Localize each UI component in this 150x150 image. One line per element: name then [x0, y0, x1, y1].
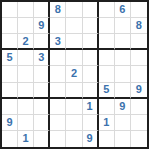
cell-r8c5[interactable]: [66, 115, 82, 131]
cell-r2c6[interactable]: [83, 18, 99, 34]
cell-r5c9[interactable]: [131, 66, 147, 82]
cell-r8c3[interactable]: [34, 115, 50, 131]
cell-r8c6[interactable]: [83, 115, 99, 131]
cell-r9c2-given[interactable]: 1: [18, 131, 34, 147]
cell-r2c5[interactable]: [66, 18, 82, 34]
cell-r9c1[interactable]: [2, 131, 18, 147]
cell-r2c3-given[interactable]: 9: [34, 18, 50, 34]
cell-r2c8[interactable]: [115, 18, 131, 34]
cell-r9c7[interactable]: [99, 131, 115, 147]
cell-r7c1[interactable]: [2, 99, 18, 115]
cell-r1c6[interactable]: [83, 2, 99, 18]
cell-r8c9[interactable]: [131, 115, 147, 131]
cell-r6c6[interactable]: [83, 83, 99, 99]
cell-r8c2[interactable]: [18, 115, 34, 131]
cell-r7c6-given[interactable]: 1: [83, 99, 99, 115]
cell-r5c8[interactable]: [115, 66, 131, 82]
cell-r3c6[interactable]: [83, 34, 99, 50]
cell-r6c4[interactable]: [50, 83, 66, 99]
cell-r4c2[interactable]: [18, 50, 34, 66]
cell-r7c2[interactable]: [18, 99, 34, 115]
cell-r8c1-given[interactable]: 9: [2, 115, 18, 131]
cell-r8c8[interactable]: [115, 115, 131, 131]
cell-r9c9[interactable]: [131, 131, 147, 147]
cell-r6c3[interactable]: [34, 83, 50, 99]
cell-r1c9[interactable]: [131, 2, 147, 18]
cell-r9c6-given[interactable]: 9: [83, 131, 99, 147]
cell-r5c6[interactable]: [83, 66, 99, 82]
cell-r6c9-given[interactable]: 9: [131, 83, 147, 99]
cell-r2c2[interactable]: [18, 18, 34, 34]
cell-r3c3[interactable]: [34, 34, 50, 50]
cell-r5c1[interactable]: [2, 66, 18, 82]
cell-r5c3[interactable]: [34, 66, 50, 82]
cell-r1c4-given[interactable]: 8: [50, 2, 66, 18]
cell-r2c7[interactable]: [99, 18, 115, 34]
cell-r7c7[interactable]: [99, 99, 115, 115]
cell-r4c8[interactable]: [115, 50, 131, 66]
cell-r6c5[interactable]: [66, 83, 82, 99]
cell-r9c3[interactable]: [34, 131, 50, 147]
cell-r4c1-given[interactable]: 5: [2, 50, 18, 66]
cell-r6c2[interactable]: [18, 83, 34, 99]
cell-r4c7[interactable]: [99, 50, 115, 66]
cell-r7c8-given[interactable]: 9: [115, 99, 131, 115]
cell-r4c9[interactable]: [131, 50, 147, 66]
cell-r3c7[interactable]: [99, 34, 115, 50]
cell-r6c8[interactable]: [115, 83, 131, 99]
cell-r3c8[interactable]: [115, 34, 131, 50]
cell-r6c1[interactable]: [2, 83, 18, 99]
cell-r5c2[interactable]: [18, 66, 34, 82]
cell-r9c5[interactable]: [66, 131, 82, 147]
cell-r3c9[interactable]: [131, 34, 147, 50]
cell-r7c3[interactable]: [34, 99, 50, 115]
cell-r1c1[interactable]: [2, 2, 18, 18]
cell-r5c5-given[interactable]: 2: [66, 66, 82, 82]
cell-r7c5[interactable]: [66, 99, 82, 115]
cell-r8c4[interactable]: [50, 115, 66, 131]
cell-r2c9-given[interactable]: 8: [131, 18, 147, 34]
cell-r5c4[interactable]: [50, 66, 66, 82]
cell-r2c4[interactable]: [50, 18, 66, 34]
cell-r3c4-given[interactable]: 3: [50, 34, 66, 50]
cell-r8c7-given[interactable]: 1: [99, 115, 115, 131]
cell-r3c5[interactable]: [66, 34, 82, 50]
cell-r4c6[interactable]: [83, 50, 99, 66]
cell-r7c9[interactable]: [131, 99, 147, 115]
cell-r4c3-given[interactable]: 3: [34, 50, 50, 66]
cell-r4c5[interactable]: [66, 50, 82, 66]
cell-r1c7[interactable]: [99, 2, 115, 18]
sudoku-board: 86982353259199119: [0, 0, 149, 149]
cell-r9c8[interactable]: [115, 131, 131, 147]
cell-r3c2-given[interactable]: 2: [18, 34, 34, 50]
cell-r2c1[interactable]: [2, 18, 18, 34]
cell-r9c4[interactable]: [50, 131, 66, 147]
cell-r7c4[interactable]: [50, 99, 66, 115]
cell-r1c8-given[interactable]: 6: [115, 2, 131, 18]
cell-r5c7[interactable]: [99, 66, 115, 82]
cell-r4c4[interactable]: [50, 50, 66, 66]
cell-r1c2[interactable]: [18, 2, 34, 18]
cell-r1c5[interactable]: [66, 2, 82, 18]
cell-r6c7-given[interactable]: 5: [99, 83, 115, 99]
cell-r1c3[interactable]: [34, 2, 50, 18]
cell-r3c1[interactable]: [2, 34, 18, 50]
